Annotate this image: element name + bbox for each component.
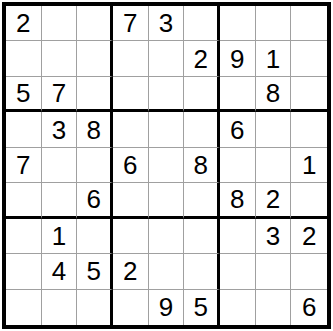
cell-r7c7[interactable]	[220, 219, 256, 254]
cell-r3c7[interactable]	[220, 77, 256, 112]
cell-r4c1[interactable]	[6, 112, 42, 147]
cell-r2c8[interactable]: 1	[256, 41, 292, 76]
cell-r7c8[interactable]: 3	[256, 219, 292, 254]
cell-r9c5[interactable]: 9	[149, 290, 185, 325]
cell-r3c6[interactable]	[184, 77, 220, 112]
cell-r2c7[interactable]: 9	[220, 41, 256, 76]
cell-r7c2[interactable]: 1	[42, 219, 78, 254]
cell-r2c1[interactable]	[6, 41, 42, 76]
cell-r8c9[interactable]	[291, 254, 327, 289]
cell-r6c5[interactable]	[149, 183, 185, 218]
cell-r9c8[interactable]	[256, 290, 292, 325]
sudoku-puzzle: 2732915783867681682132452956	[0, 0, 333, 331]
cell-r9c7[interactable]	[220, 290, 256, 325]
cell-r8c7[interactable]	[220, 254, 256, 289]
cell-r7c9[interactable]: 2	[291, 219, 327, 254]
cell-r2c2[interactable]	[42, 41, 78, 76]
sudoku-grid: 2732915783867681682132452956	[6, 6, 327, 325]
cell-r3c3[interactable]	[77, 77, 113, 112]
cell-r6c6[interactable]	[184, 183, 220, 218]
cell-r7c5[interactable]	[149, 219, 185, 254]
cell-r6c2[interactable]	[42, 183, 78, 218]
cell-r9c6[interactable]: 5	[184, 290, 220, 325]
cell-r8c2[interactable]: 4	[42, 254, 78, 289]
cell-r3c9[interactable]	[291, 77, 327, 112]
cell-r6c8[interactable]: 2	[256, 183, 292, 218]
sudoku-board: 2732915783867681682132452956	[2, 2, 331, 329]
cell-r3c2[interactable]: 7	[42, 77, 78, 112]
cell-r6c3[interactable]: 6	[77, 183, 113, 218]
cell-r7c6[interactable]	[184, 219, 220, 254]
cell-r4c7[interactable]: 6	[220, 112, 256, 147]
cell-r3c4[interactable]	[113, 77, 149, 112]
cell-r6c7[interactable]: 8	[220, 183, 256, 218]
cell-r6c4[interactable]	[113, 183, 149, 218]
cell-r8c6[interactable]	[184, 254, 220, 289]
cell-r5c2[interactable]	[42, 148, 78, 183]
cell-r3c1[interactable]: 5	[6, 77, 42, 112]
cell-r5c3[interactable]	[77, 148, 113, 183]
cell-r6c1[interactable]	[6, 183, 42, 218]
cell-r8c3[interactable]: 5	[77, 254, 113, 289]
cell-r2c6[interactable]: 2	[184, 41, 220, 76]
cell-r7c3[interactable]	[77, 219, 113, 254]
cell-r5c4[interactable]: 6	[113, 148, 149, 183]
cell-r9c1[interactable]	[6, 290, 42, 325]
cell-r5c1[interactable]: 7	[6, 148, 42, 183]
cell-r2c3[interactable]	[77, 41, 113, 76]
cell-r4c8[interactable]	[256, 112, 292, 147]
cell-r4c3[interactable]: 8	[77, 112, 113, 147]
cell-r5c9[interactable]: 1	[291, 148, 327, 183]
cell-r1c1[interactable]: 2	[6, 6, 42, 41]
cell-r3c8[interactable]: 8	[256, 77, 292, 112]
cell-r9c3[interactable]	[77, 290, 113, 325]
cell-r5c7[interactable]	[220, 148, 256, 183]
cell-r1c8[interactable]	[256, 6, 292, 41]
cell-r4c5[interactable]	[149, 112, 185, 147]
cell-r3c5[interactable]	[149, 77, 185, 112]
cell-r7c4[interactable]	[113, 219, 149, 254]
cell-r4c2[interactable]: 3	[42, 112, 78, 147]
cell-r2c5[interactable]	[149, 41, 185, 76]
cell-r1c9[interactable]	[291, 6, 327, 41]
cell-r6c9[interactable]	[291, 183, 327, 218]
cell-r1c6[interactable]	[184, 6, 220, 41]
cell-r4c9[interactable]	[291, 112, 327, 147]
cell-r8c5[interactable]	[149, 254, 185, 289]
cell-r1c5[interactable]: 3	[149, 6, 185, 41]
cell-r5c5[interactable]	[149, 148, 185, 183]
cell-r9c4[interactable]	[113, 290, 149, 325]
cell-r1c3[interactable]	[77, 6, 113, 41]
cell-r1c4[interactable]: 7	[113, 6, 149, 41]
cell-r9c2[interactable]	[42, 290, 78, 325]
cell-r2c9[interactable]	[291, 41, 327, 76]
cell-r5c8[interactable]	[256, 148, 292, 183]
cell-r1c2[interactable]	[42, 6, 78, 41]
cell-r8c1[interactable]	[6, 254, 42, 289]
cell-r2c4[interactable]	[113, 41, 149, 76]
cell-r9c9[interactable]: 6	[291, 290, 327, 325]
cell-r8c8[interactable]	[256, 254, 292, 289]
cell-r4c6[interactable]	[184, 112, 220, 147]
cell-r7c1[interactable]	[6, 219, 42, 254]
cell-r8c4[interactable]: 2	[113, 254, 149, 289]
cell-r4c4[interactable]	[113, 112, 149, 147]
cell-r5c6[interactable]: 8	[184, 148, 220, 183]
cell-r1c7[interactable]	[220, 6, 256, 41]
